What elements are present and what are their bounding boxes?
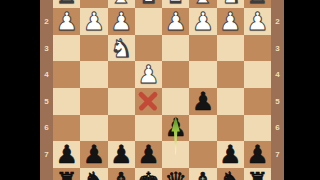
rank-label-right-2: 2 [271,8,284,35]
square-g2: ♟ [80,8,107,35]
square-b3 [217,35,244,62]
square-e8: ♚ [135,168,162,180]
rank-label-left-7: 7 [40,141,53,168]
black-pawn-f7: ♟ [110,142,132,167]
black-knight-b8: ♞ [219,169,241,180]
black-pawn-d6: ♟ [164,115,186,140]
black-king-e8: ♚ [137,169,159,180]
white-king-e1: ♚ [137,0,159,7]
black-pawn-h7: ♟ [55,142,77,167]
square-d7 [162,141,189,168]
white-pawn-b2: ♟ [219,9,241,34]
square-a2: ♟ [244,8,271,35]
rank-label-right-5: 5 [271,88,284,115]
square-b5 [217,88,244,115]
square-f4 [108,61,135,88]
rank-label-left-5: 5 [40,88,53,115]
white-pawn-c2: ♟ [192,9,214,34]
chess-board: ♜♝♚♛♝♞♜♟♟♟♟♟♟♟♞♟♟♟♟♟♟♟♟♟♜♞♝♚♛♝♞♜ [53,0,271,180]
rank-label-right-3: 3 [271,35,284,62]
square-a5 [244,88,271,115]
rank-label-right-7: 7 [271,141,284,168]
x-marker-e5 [136,89,160,113]
square-c2: ♟ [189,8,216,35]
square-h5 [53,88,80,115]
black-pawn-g7: ♟ [83,142,105,167]
square-h8: ♜ [53,168,80,180]
square-f5 [108,88,135,115]
board-frame: ♜♝♚♛♝♞♜♟♟♟♟♟♟♟♞♟♟♟♟♟♟♟♟♟♜♞♝♚♛♝♞♜ 2233445… [40,0,284,180]
square-f2: ♟ [108,8,135,35]
square-e1: ♚ [135,0,162,8]
square-e7: ♟ [135,141,162,168]
square-c5: ♟ [189,88,216,115]
square-b6 [217,115,244,142]
square-a7: ♟ [244,141,271,168]
square-a6 [244,115,271,142]
rank-label-left-4: 4 [40,61,53,88]
square-h6 [53,115,80,142]
square-g3 [80,35,107,62]
white-pawn-e4: ♟ [137,62,159,87]
black-pawn-c5: ♟ [192,89,214,114]
black-rook-a8: ♜ [246,169,268,180]
square-e5 [135,88,162,115]
square-e4: ♟ [135,61,162,88]
square-g6 [80,115,107,142]
square-d3 [162,35,189,62]
square-b2: ♟ [217,8,244,35]
rank-label-left-2: 2 [40,8,53,35]
square-b4 [217,61,244,88]
square-d5 [162,88,189,115]
square-b7: ♟ [217,141,244,168]
white-pawn-g2: ♟ [83,9,105,34]
black-rook-h8: ♜ [55,169,77,180]
square-d4 [162,61,189,88]
square-c6 [189,115,216,142]
white-pawn-h2: ♟ [55,9,77,34]
square-e2 [135,8,162,35]
square-c4 [189,61,216,88]
square-g7: ♟ [80,141,107,168]
black-queen-d8: ♛ [164,169,186,180]
square-d2: ♟ [162,8,189,35]
square-e3 [135,35,162,62]
black-pawn-e7: ♟ [137,142,159,167]
black-knight-g8: ♞ [83,169,105,180]
rank-label-left-6: 6 [40,115,53,142]
square-g4 [80,61,107,88]
white-pawn-d2: ♟ [164,9,186,34]
white-pawn-f2: ♟ [110,9,132,34]
square-f7: ♟ [108,141,135,168]
square-c8: ♝ [189,168,216,180]
black-pawn-b7: ♟ [219,142,241,167]
square-f3: ♞ [108,35,135,62]
square-a4 [244,61,271,88]
square-a3 [244,35,271,62]
square-f8: ♝ [108,168,135,180]
square-d6: ♟ [162,115,189,142]
square-b8: ♞ [217,168,244,180]
square-h4 [53,61,80,88]
rank-label-right-6: 6 [271,115,284,142]
square-h2: ♟ [53,8,80,35]
square-e6 [135,115,162,142]
square-c3 [189,35,216,62]
square-g8: ♞ [80,168,107,180]
square-h7: ♟ [53,141,80,168]
square-c7 [189,141,216,168]
rank-label-right-4: 4 [271,61,284,88]
square-f6 [108,115,135,142]
chess-diagram: ♜♝♚♛♝♞♜♟♟♟♟♟♟♟♞♟♟♟♟♟♟♟♟♟♜♞♝♚♛♝♞♜ 2233445… [0,0,320,180]
square-a8: ♜ [244,168,271,180]
white-knight-f3: ♞ [110,36,132,61]
square-d8: ♛ [162,168,189,180]
rank-label-left-3: 3 [40,35,53,62]
white-pawn-a2: ♟ [246,9,268,34]
black-pawn-a7: ♟ [246,142,268,167]
square-h3 [53,35,80,62]
black-bishop-f8: ♝ [110,169,132,180]
square-g5 [80,88,107,115]
black-bishop-c8: ♝ [192,169,214,180]
